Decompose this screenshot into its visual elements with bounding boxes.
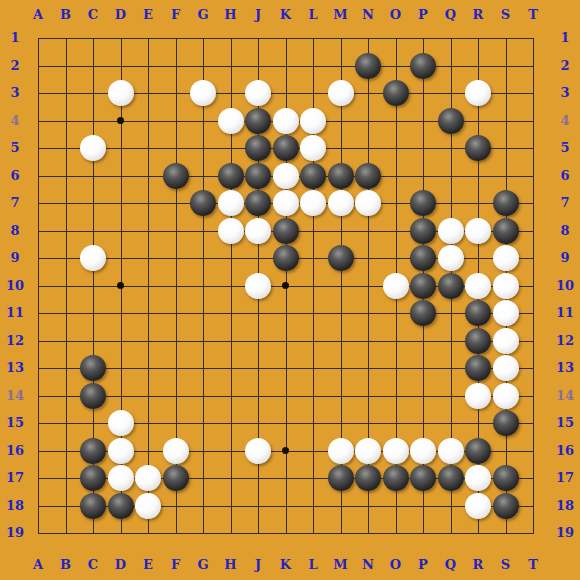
black-stone	[410, 245, 436, 271]
black-stone	[465, 300, 491, 326]
black-stone	[218, 163, 244, 189]
row-label: 15	[554, 415, 576, 431]
white-stone	[300, 190, 326, 216]
column-label: T	[522, 7, 544, 23]
white-stone	[108, 438, 134, 464]
white-stone	[80, 245, 106, 271]
black-stone	[355, 465, 381, 491]
column-label: A	[27, 557, 49, 573]
black-stone	[245, 135, 271, 161]
grid-line	[533, 38, 534, 534]
column-label: H	[220, 7, 242, 23]
white-stone	[465, 273, 491, 299]
black-stone	[493, 218, 519, 244]
white-stone	[108, 410, 134, 436]
grid-line	[203, 38, 204, 534]
white-stone	[493, 300, 519, 326]
black-stone	[355, 53, 381, 79]
column-label: C	[82, 7, 104, 23]
row-label: 2	[4, 58, 26, 74]
white-stone	[465, 493, 491, 519]
white-stone	[438, 438, 464, 464]
column-label: L	[302, 557, 324, 573]
row-label: 12	[4, 333, 26, 349]
column-label: M	[330, 557, 352, 573]
column-label: G	[192, 557, 214, 573]
star-point	[282, 447, 289, 454]
row-label: 2	[554, 58, 576, 74]
row-label: 14	[554, 388, 576, 404]
row-label: 7	[4, 195, 26, 211]
column-label: K	[275, 557, 297, 573]
black-stone	[80, 493, 106, 519]
row-label: 6	[4, 168, 26, 184]
column-label: N	[357, 557, 379, 573]
white-stone	[465, 383, 491, 409]
column-label: R	[467, 557, 489, 573]
black-stone	[493, 190, 519, 216]
black-stone	[163, 465, 189, 491]
column-label: H	[220, 557, 242, 573]
star-point	[117, 282, 124, 289]
column-label: K	[275, 7, 297, 23]
black-stone	[438, 108, 464, 134]
white-stone	[190, 80, 216, 106]
black-stone	[438, 465, 464, 491]
row-label: 18	[554, 498, 576, 514]
star-point	[282, 282, 289, 289]
white-stone	[245, 438, 271, 464]
column-label: P	[412, 7, 434, 23]
black-stone	[108, 493, 134, 519]
row-label: 8	[554, 223, 576, 239]
black-stone	[163, 163, 189, 189]
white-stone	[410, 438, 436, 464]
black-stone	[410, 218, 436, 244]
black-stone	[465, 135, 491, 161]
row-label: 15	[4, 415, 26, 431]
row-label: 13	[554, 360, 576, 376]
row-label: 4	[4, 113, 26, 129]
column-label: F	[165, 7, 187, 23]
black-stone	[410, 273, 436, 299]
column-label: L	[302, 7, 324, 23]
row-label: 19	[4, 525, 26, 541]
black-stone	[273, 135, 299, 161]
column-label: E	[137, 557, 159, 573]
black-stone	[245, 163, 271, 189]
row-label: 9	[554, 250, 576, 266]
white-stone	[218, 108, 244, 134]
black-stone	[383, 465, 409, 491]
white-stone	[300, 108, 326, 134]
white-stone	[465, 80, 491, 106]
row-label: 11	[554, 305, 576, 321]
black-stone	[410, 190, 436, 216]
black-stone	[328, 465, 354, 491]
black-stone	[493, 493, 519, 519]
white-stone	[383, 438, 409, 464]
column-label: F	[165, 557, 187, 573]
white-stone	[273, 108, 299, 134]
row-label: 1	[4, 30, 26, 46]
row-label: 16	[554, 443, 576, 459]
white-stone	[135, 465, 161, 491]
column-label: J	[247, 557, 269, 573]
white-stone	[80, 135, 106, 161]
row-label: 6	[554, 168, 576, 184]
black-stone	[465, 438, 491, 464]
row-label: 3	[554, 85, 576, 101]
column-label: S	[495, 7, 517, 23]
column-label: Q	[440, 7, 462, 23]
column-label: O	[385, 7, 407, 23]
white-stone	[328, 438, 354, 464]
white-stone	[108, 465, 134, 491]
row-label: 9	[4, 250, 26, 266]
white-stone	[273, 190, 299, 216]
black-stone	[300, 163, 326, 189]
column-label: E	[137, 7, 159, 23]
row-label: 4	[554, 113, 576, 129]
black-stone	[190, 190, 216, 216]
row-label: 14	[4, 388, 26, 404]
black-stone	[273, 245, 299, 271]
black-stone	[80, 438, 106, 464]
column-label: N	[357, 7, 379, 23]
row-label: 10	[4, 278, 26, 294]
column-label: P	[412, 557, 434, 573]
go-board[interactable]: AABBCCDDEEFFGGHHJJKKLLMMNNOOPPQQRRSSTT11…	[0, 0, 580, 580]
column-label: C	[82, 557, 104, 573]
column-label: S	[495, 557, 517, 573]
white-stone	[245, 273, 271, 299]
white-stone	[493, 383, 519, 409]
black-stone	[410, 300, 436, 326]
column-label: O	[385, 557, 407, 573]
white-stone	[108, 80, 134, 106]
white-stone	[245, 80, 271, 106]
white-stone	[218, 218, 244, 244]
row-label: 8	[4, 223, 26, 239]
black-stone	[465, 328, 491, 354]
white-stone	[273, 163, 299, 189]
white-stone	[493, 273, 519, 299]
column-label: Q	[440, 557, 462, 573]
white-stone	[218, 190, 244, 216]
white-stone	[328, 80, 354, 106]
row-label: 10	[554, 278, 576, 294]
white-stone	[383, 273, 409, 299]
white-stone	[493, 355, 519, 381]
white-stone	[493, 245, 519, 271]
white-stone	[163, 438, 189, 464]
column-label: D	[110, 557, 132, 573]
black-stone	[80, 355, 106, 381]
white-stone	[300, 135, 326, 161]
black-stone	[80, 465, 106, 491]
black-stone	[465, 355, 491, 381]
column-label: R	[467, 7, 489, 23]
black-stone	[328, 245, 354, 271]
column-label: M	[330, 7, 352, 23]
column-label: G	[192, 7, 214, 23]
row-label: 17	[4, 470, 26, 486]
black-stone	[493, 465, 519, 491]
black-stone	[438, 273, 464, 299]
white-stone	[438, 245, 464, 271]
row-label: 19	[554, 525, 576, 541]
black-stone	[328, 163, 354, 189]
column-label: A	[27, 7, 49, 23]
white-stone	[493, 328, 519, 354]
grid-line	[66, 38, 67, 534]
grid-line	[148, 38, 149, 534]
row-label: 7	[554, 195, 576, 211]
row-label: 11	[4, 305, 26, 321]
black-stone	[493, 410, 519, 436]
black-stone	[245, 190, 271, 216]
row-label: 5	[554, 140, 576, 156]
black-stone	[410, 465, 436, 491]
black-stone	[245, 108, 271, 134]
column-label: T	[522, 557, 544, 573]
row-label: 17	[554, 470, 576, 486]
white-stone	[465, 218, 491, 244]
row-label: 1	[554, 30, 576, 46]
column-label: B	[55, 7, 77, 23]
black-stone	[383, 80, 409, 106]
white-stone	[355, 190, 381, 216]
black-stone	[410, 53, 436, 79]
row-label: 12	[554, 333, 576, 349]
grid-line	[38, 38, 39, 534]
white-stone	[245, 218, 271, 244]
black-stone	[80, 383, 106, 409]
row-label: 5	[4, 140, 26, 156]
black-stone	[273, 218, 299, 244]
star-point	[117, 117, 124, 124]
black-stone	[355, 163, 381, 189]
row-label: 16	[4, 443, 26, 459]
row-label: 3	[4, 85, 26, 101]
white-stone	[355, 438, 381, 464]
white-stone	[328, 190, 354, 216]
column-label: J	[247, 7, 269, 23]
white-stone	[135, 493, 161, 519]
row-label: 13	[4, 360, 26, 376]
column-label: B	[55, 557, 77, 573]
column-label: D	[110, 7, 132, 23]
row-label: 18	[4, 498, 26, 514]
white-stone	[465, 465, 491, 491]
white-stone	[438, 218, 464, 244]
